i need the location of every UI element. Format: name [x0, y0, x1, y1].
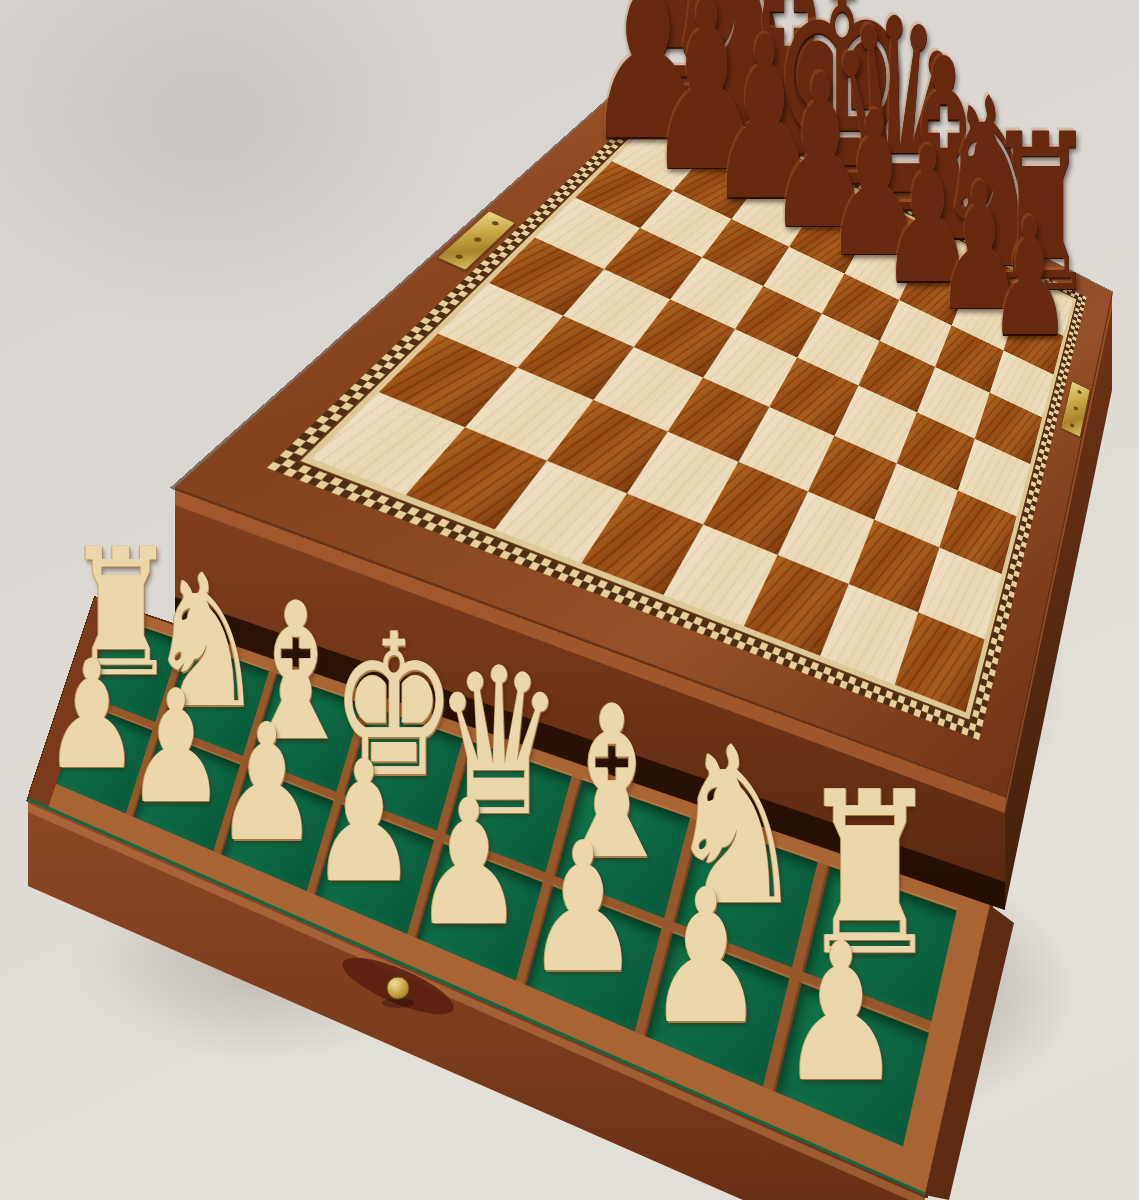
drawer-knob[interactable] — [387, 977, 409, 999]
piece-light-pawn[interactable]: ♟ — [647, 866, 765, 1051]
piece-light-pawn[interactable]: ♟ — [310, 738, 417, 905]
piece-light-pawn[interactable]: ♟ — [126, 670, 226, 826]
piece-light-pawn[interactable]: ♟ — [526, 819, 641, 998]
piece-light-pawn[interactable]: ♟ — [414, 777, 525, 950]
piece-dark-pawn[interactable]: ♟ — [989, 198, 1072, 360]
piece-light-pawn[interactable]: ♟ — [780, 917, 902, 1108]
piece-light-pawn[interactable]: ♟ — [215, 703, 318, 865]
